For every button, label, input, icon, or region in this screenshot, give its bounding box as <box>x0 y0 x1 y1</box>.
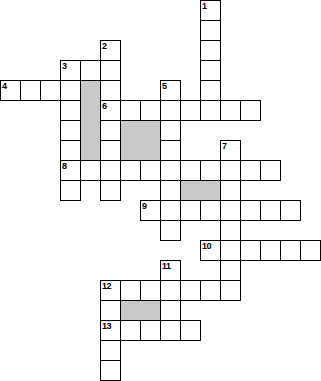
clue-number: 8 <box>62 162 67 171</box>
grid-cell[interactable] <box>80 60 101 81</box>
clue-number: 9 <box>142 202 147 211</box>
blocked-region <box>180 180 221 201</box>
grid-cell[interactable] <box>160 300 181 321</box>
grid-cell[interactable] <box>240 160 261 181</box>
grid-cell[interactable] <box>100 340 121 361</box>
grid-cell[interactable] <box>260 200 281 221</box>
clue-number: 6 <box>102 102 107 111</box>
grid-cell[interactable] <box>120 160 141 181</box>
grid-cell[interactable] <box>160 320 181 341</box>
grid-cell[interactable] <box>260 240 281 261</box>
grid-cell[interactable] <box>140 320 161 341</box>
grid-cell[interactable] <box>60 100 81 121</box>
clue-number: 4 <box>2 82 7 91</box>
grid-cell[interactable] <box>220 280 241 301</box>
grid-cell[interactable] <box>40 80 61 101</box>
grid-cell[interactable] <box>120 280 141 301</box>
grid-cell[interactable] <box>200 40 221 61</box>
grid-cell[interactable] <box>160 100 181 121</box>
grid-cell[interactable] <box>220 180 241 201</box>
grid-cell[interactable] <box>200 200 221 221</box>
grid-cell[interactable] <box>180 200 201 221</box>
grid-cell[interactable] <box>160 140 181 161</box>
grid-cell[interactable] <box>260 160 281 181</box>
grid-cell[interactable] <box>20 80 41 101</box>
grid-cell[interactable] <box>200 20 221 41</box>
blocked-region <box>120 300 161 321</box>
grid-cell[interactable] <box>100 60 121 81</box>
grid-cell[interactable] <box>200 80 221 101</box>
grid-cell[interactable] <box>200 60 221 81</box>
grid-cell[interactable] <box>160 280 181 301</box>
grid-cell[interactable] <box>100 180 121 201</box>
grid-cell[interactable] <box>140 160 161 181</box>
grid-cell[interactable] <box>300 240 321 261</box>
blocked-region <box>80 80 101 161</box>
grid-cell[interactable] <box>100 120 121 141</box>
grid-cell[interactable] <box>60 140 81 161</box>
grid-cell[interactable] <box>80 160 101 181</box>
grid-cell[interactable] <box>220 200 241 221</box>
grid-cell[interactable] <box>220 220 241 241</box>
crossword-board: 12345678910111213 <box>0 0 321 381</box>
grid-cell[interactable] <box>180 100 201 121</box>
grid-cell[interactable] <box>100 360 121 381</box>
grid-cell[interactable] <box>280 200 301 221</box>
grid-cell[interactable] <box>220 160 241 181</box>
grid-cell[interactable] <box>160 120 181 141</box>
blocked-region <box>120 120 161 161</box>
clue-number: 1 <box>202 2 207 11</box>
grid-cell[interactable] <box>160 200 181 221</box>
grid-cell[interactable] <box>100 140 121 161</box>
grid-cell[interactable] <box>220 240 241 261</box>
grid-cell[interactable] <box>240 100 261 121</box>
grid-cell[interactable] <box>100 80 121 101</box>
clue-number: 2 <box>102 42 107 51</box>
grid-cell[interactable] <box>220 260 241 281</box>
clue-number: 10 <box>202 242 211 251</box>
clue-number: 11 <box>162 262 171 271</box>
grid-cell[interactable] <box>100 160 121 181</box>
grid-cell[interactable] <box>140 280 161 301</box>
grid-cell[interactable] <box>140 100 161 121</box>
grid-cell[interactable] <box>240 200 261 221</box>
grid-cell[interactable] <box>60 180 81 201</box>
clue-number: 13 <box>102 322 111 331</box>
clue-number: 7 <box>222 142 227 151</box>
grid-cell[interactable] <box>100 300 121 321</box>
grid-cell[interactable] <box>60 120 81 141</box>
grid-cell[interactable] <box>200 160 221 181</box>
grid-cell[interactable] <box>160 220 181 241</box>
grid-cell[interactable] <box>180 320 201 341</box>
grid-cell[interactable] <box>60 80 81 101</box>
grid-cell[interactable] <box>220 100 241 121</box>
grid-cell[interactable] <box>180 160 201 181</box>
grid-cell[interactable] <box>160 160 181 181</box>
clue-number: 3 <box>62 62 67 71</box>
grid-cell[interactable] <box>120 100 141 121</box>
clue-number: 12 <box>102 282 111 291</box>
grid-cell[interactable] <box>120 320 141 341</box>
clue-number: 5 <box>162 82 167 91</box>
grid-cell[interactable] <box>200 280 221 301</box>
grid-cell[interactable] <box>160 180 181 201</box>
grid-cell[interactable] <box>200 100 221 121</box>
grid-cell[interactable] <box>280 240 301 261</box>
grid-cell[interactable] <box>240 240 261 261</box>
grid-cell[interactable] <box>180 280 201 301</box>
